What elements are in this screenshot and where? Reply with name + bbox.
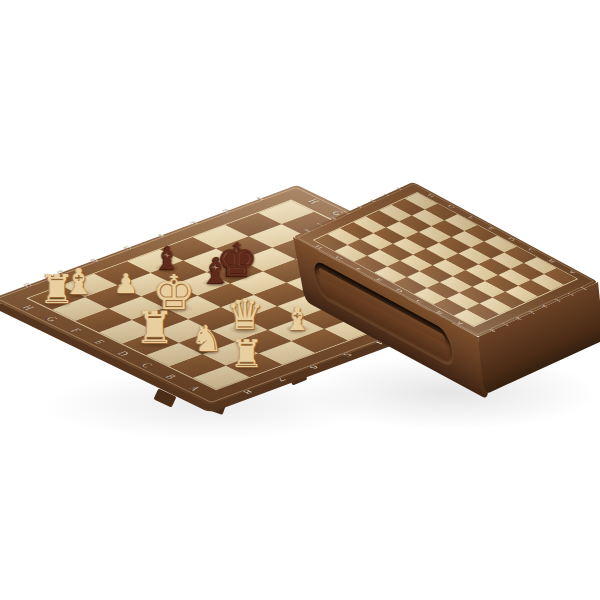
piece-shadow [228,324,262,335]
piece-shadow [232,361,262,371]
product-photo-chess-set: HGFEDCBA HGFEDCBA 12345678 12345678 HGFE… [0,0,600,600]
piece-shadow [115,288,137,295]
